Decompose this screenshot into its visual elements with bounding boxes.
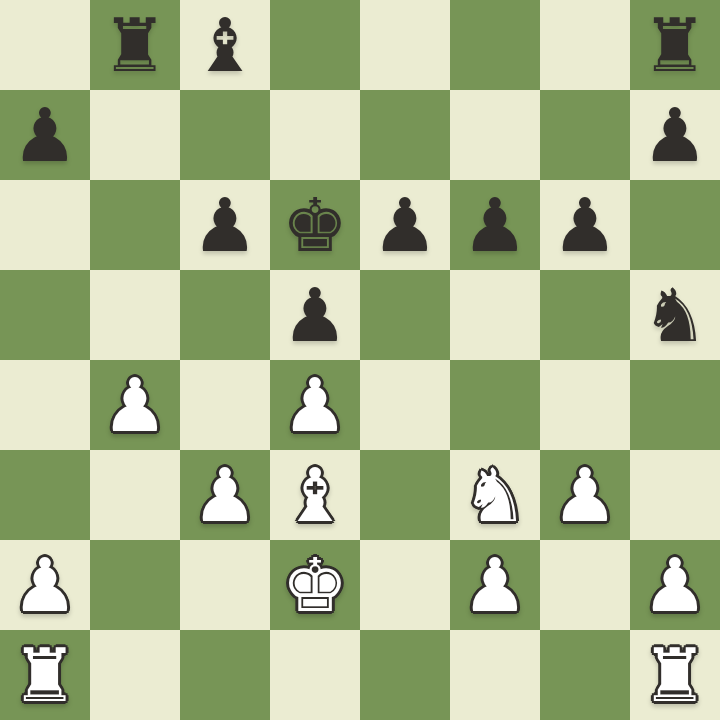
square-e5[interactable] bbox=[360, 270, 450, 360]
square-a6[interactable] bbox=[0, 180, 90, 270]
square-f1[interactable] bbox=[450, 630, 540, 720]
square-g2[interactable] bbox=[540, 540, 630, 630]
black-pawn-piece[interactable]: ♟ bbox=[372, 180, 438, 270]
square-d8[interactable] bbox=[270, 0, 360, 90]
square-h8[interactable]: ♜ bbox=[630, 0, 720, 90]
white-pawn-piece[interactable]: ♟ bbox=[192, 450, 258, 540]
square-c1[interactable] bbox=[180, 630, 270, 720]
black-pawn-piece[interactable]: ♟ bbox=[12, 90, 78, 180]
square-h5[interactable]: ♞ bbox=[630, 270, 720, 360]
white-rook-piece[interactable]: ♜ bbox=[642, 630, 708, 720]
white-knight-piece[interactable]: ♞ bbox=[462, 450, 528, 540]
square-a2[interactable]: ♟ bbox=[0, 540, 90, 630]
square-c8[interactable]: ♝ bbox=[180, 0, 270, 90]
square-a3[interactable] bbox=[0, 450, 90, 540]
square-h4[interactable] bbox=[630, 360, 720, 450]
square-a8[interactable] bbox=[0, 0, 90, 90]
square-g3[interactable]: ♟ bbox=[540, 450, 630, 540]
white-pawn-piece[interactable]: ♟ bbox=[282, 360, 348, 450]
square-f4[interactable] bbox=[450, 360, 540, 450]
chess-board: ♜♝♜♟♟♟♚♟♟♟♟♞♟♟♟♝♞♟♟♚♟♟♜♜ bbox=[0, 0, 720, 720]
square-e8[interactable] bbox=[360, 0, 450, 90]
square-a4[interactable] bbox=[0, 360, 90, 450]
square-b7[interactable] bbox=[90, 90, 180, 180]
black-pawn-piece[interactable]: ♟ bbox=[642, 90, 708, 180]
square-g4[interactable] bbox=[540, 360, 630, 450]
square-b3[interactable] bbox=[90, 450, 180, 540]
white-rook-piece[interactable]: ♜ bbox=[12, 630, 78, 720]
black-rook-piece[interactable]: ♜ bbox=[102, 0, 168, 90]
black-king-piece[interactable]: ♚ bbox=[282, 180, 348, 270]
square-h7[interactable]: ♟ bbox=[630, 90, 720, 180]
square-c4[interactable] bbox=[180, 360, 270, 450]
square-c2[interactable] bbox=[180, 540, 270, 630]
square-d7[interactable] bbox=[270, 90, 360, 180]
square-h6[interactable] bbox=[630, 180, 720, 270]
black-bishop-piece[interactable]: ♝ bbox=[192, 0, 258, 90]
square-g6[interactable]: ♟ bbox=[540, 180, 630, 270]
square-d4[interactable]: ♟ bbox=[270, 360, 360, 450]
black-pawn-piece[interactable]: ♟ bbox=[192, 180, 258, 270]
square-f3[interactable]: ♞ bbox=[450, 450, 540, 540]
square-e4[interactable] bbox=[360, 360, 450, 450]
square-h1[interactable]: ♜ bbox=[630, 630, 720, 720]
square-e2[interactable] bbox=[360, 540, 450, 630]
black-pawn-piece[interactable]: ♟ bbox=[552, 180, 618, 270]
square-h3[interactable] bbox=[630, 450, 720, 540]
square-e3[interactable] bbox=[360, 450, 450, 540]
square-a7[interactable]: ♟ bbox=[0, 90, 90, 180]
square-b6[interactable] bbox=[90, 180, 180, 270]
square-e7[interactable] bbox=[360, 90, 450, 180]
black-rook-piece[interactable]: ♜ bbox=[642, 0, 708, 90]
white-pawn-piece[interactable]: ♟ bbox=[12, 540, 78, 630]
square-b1[interactable] bbox=[90, 630, 180, 720]
square-c5[interactable] bbox=[180, 270, 270, 360]
square-f7[interactable] bbox=[450, 90, 540, 180]
square-b8[interactable]: ♜ bbox=[90, 0, 180, 90]
square-c6[interactable]: ♟ bbox=[180, 180, 270, 270]
white-pawn-piece[interactable]: ♟ bbox=[552, 450, 618, 540]
black-pawn-piece[interactable]: ♟ bbox=[462, 180, 528, 270]
square-d5[interactable]: ♟ bbox=[270, 270, 360, 360]
square-f5[interactable] bbox=[450, 270, 540, 360]
square-c3[interactable]: ♟ bbox=[180, 450, 270, 540]
square-e6[interactable]: ♟ bbox=[360, 180, 450, 270]
square-g5[interactable] bbox=[540, 270, 630, 360]
square-d2[interactable]: ♚ bbox=[270, 540, 360, 630]
square-a1[interactable]: ♜ bbox=[0, 630, 90, 720]
square-d3[interactable]: ♝ bbox=[270, 450, 360, 540]
square-e1[interactable] bbox=[360, 630, 450, 720]
square-f6[interactable]: ♟ bbox=[450, 180, 540, 270]
white-pawn-piece[interactable]: ♟ bbox=[462, 540, 528, 630]
square-b5[interactable] bbox=[90, 270, 180, 360]
square-f8[interactable] bbox=[450, 0, 540, 90]
square-g1[interactable] bbox=[540, 630, 630, 720]
square-a5[interactable] bbox=[0, 270, 90, 360]
black-knight-piece[interactable]: ♞ bbox=[642, 270, 708, 360]
square-g8[interactable] bbox=[540, 0, 630, 90]
square-f2[interactable]: ♟ bbox=[450, 540, 540, 630]
white-king-piece[interactable]: ♚ bbox=[282, 540, 348, 630]
square-b2[interactable] bbox=[90, 540, 180, 630]
square-c7[interactable] bbox=[180, 90, 270, 180]
square-h2[interactable]: ♟ bbox=[630, 540, 720, 630]
square-d1[interactable] bbox=[270, 630, 360, 720]
white-bishop-piece[interactable]: ♝ bbox=[282, 450, 348, 540]
white-pawn-piece[interactable]: ♟ bbox=[642, 540, 708, 630]
white-pawn-piece[interactable]: ♟ bbox=[102, 360, 168, 450]
black-pawn-piece[interactable]: ♟ bbox=[282, 270, 348, 360]
square-b4[interactable]: ♟ bbox=[90, 360, 180, 450]
square-g7[interactable] bbox=[540, 90, 630, 180]
square-d6[interactable]: ♚ bbox=[270, 180, 360, 270]
